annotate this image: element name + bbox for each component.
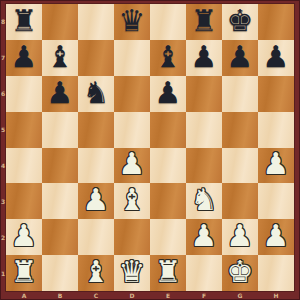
square-d2[interactable] — [114, 219, 150, 255]
black-pawn[interactable]: ♟ — [191, 42, 218, 72]
square-f4[interactable] — [186, 148, 222, 184]
square-c7[interactable] — [78, 40, 114, 76]
square-c4[interactable] — [78, 148, 114, 184]
square-d5[interactable] — [114, 112, 150, 148]
black-queen[interactable]: ♛ — [119, 6, 146, 36]
square-a1[interactable]: ♜ — [6, 255, 42, 291]
rank-label-4: 4 — [0, 148, 6, 184]
square-f2[interactable]: ♟ — [186, 219, 222, 255]
rank-label-3: 3 — [0, 183, 6, 219]
square-b7[interactable]: ♝ — [42, 40, 78, 76]
white-pawn[interactable]: ♟ — [119, 149, 146, 179]
square-e3[interactable] — [150, 183, 186, 219]
file-label-D: D — [114, 291, 150, 299]
rank-label-8: 8 — [0, 4, 6, 40]
square-f7[interactable]: ♟ — [186, 40, 222, 76]
square-c5[interactable] — [78, 112, 114, 148]
black-pawn[interactable]: ♟ — [263, 42, 290, 72]
square-c2[interactable] — [78, 219, 114, 255]
square-b3[interactable] — [42, 183, 78, 219]
square-g8[interactable]: ♚ — [222, 4, 258, 40]
square-g7[interactable]: ♟ — [222, 40, 258, 76]
square-e8[interactable] — [150, 4, 186, 40]
rank-label-5: 5 — [0, 112, 6, 148]
square-b5[interactable] — [42, 112, 78, 148]
square-h3[interactable] — [258, 183, 294, 219]
black-king[interactable]: ♚ — [227, 6, 254, 36]
square-c3[interactable]: ♟ — [78, 183, 114, 219]
square-d4[interactable]: ♟ — [114, 148, 150, 184]
square-c1[interactable]: ♝ — [78, 255, 114, 291]
black-knight[interactable]: ♞ — [83, 78, 110, 108]
square-d3[interactable]: ♝ — [114, 183, 150, 219]
file-label-F: F — [186, 291, 222, 299]
black-pawn[interactable]: ♟ — [155, 78, 182, 108]
square-c6[interactable]: ♞ — [78, 76, 114, 112]
square-b1[interactable] — [42, 255, 78, 291]
file-label-H: H — [258, 291, 294, 299]
square-h6[interactable] — [258, 76, 294, 112]
white-pawn[interactable]: ♟ — [263, 149, 290, 179]
square-b8[interactable] — [42, 4, 78, 40]
square-g6[interactable] — [222, 76, 258, 112]
white-king[interactable]: ♚ — [227, 257, 254, 287]
file-label-E: E — [150, 291, 186, 299]
white-queen[interactable]: ♛ — [119, 257, 146, 287]
black-pawn[interactable]: ♟ — [47, 78, 74, 108]
square-c8[interactable] — [78, 4, 114, 40]
square-e6[interactable]: ♟ — [150, 76, 186, 112]
file-label-G: G — [222, 291, 258, 299]
square-a2[interactable]: ♟ — [6, 219, 42, 255]
square-d7[interactable] — [114, 40, 150, 76]
square-g5[interactable] — [222, 112, 258, 148]
square-g2[interactable]: ♟ — [222, 219, 258, 255]
white-rook[interactable]: ♜ — [11, 257, 38, 287]
square-h4[interactable]: ♟ — [258, 148, 294, 184]
square-h8[interactable] — [258, 4, 294, 40]
square-a7[interactable]: ♟ — [6, 40, 42, 76]
rank-label-7: 7 — [0, 40, 6, 76]
square-h1[interactable] — [258, 255, 294, 291]
square-e4[interactable] — [150, 148, 186, 184]
square-g3[interactable] — [222, 183, 258, 219]
square-d8[interactable]: ♛ — [114, 4, 150, 40]
square-f6[interactable] — [186, 76, 222, 112]
white-pawn[interactable]: ♟ — [263, 221, 290, 251]
white-bishop[interactable]: ♝ — [119, 185, 146, 215]
chess-board: ♜♛♜♚♟♝♝♟♟♟♟♞♟♟♟♟♝♞♟♟♟♟♜♝♛♜♚ — [6, 4, 294, 291]
white-pawn[interactable]: ♟ — [227, 221, 254, 251]
white-pawn[interactable]: ♟ — [83, 185, 110, 215]
square-a6[interactable] — [6, 76, 42, 112]
white-pawn[interactable]: ♟ — [191, 221, 218, 251]
white-pawn[interactable]: ♟ — [11, 221, 38, 251]
black-pawn[interactable]: ♟ — [227, 42, 254, 72]
white-bishop[interactable]: ♝ — [83, 257, 110, 287]
rank-label-2: 2 — [0, 219, 6, 255]
chess-board-frame: ♜♛♜♚♟♝♝♟♟♟♟♞♟♟♟♟♝♞♟♟♟♟♜♝♛♜♚ 87654321 ABC… — [0, 0, 300, 300]
white-knight[interactable]: ♞ — [191, 185, 218, 215]
file-label-C: C — [78, 291, 114, 299]
square-b2[interactable] — [42, 219, 78, 255]
black-bishop[interactable]: ♝ — [47, 42, 74, 72]
square-f8[interactable]: ♜ — [186, 4, 222, 40]
rank-label-1: 1 — [0, 255, 6, 291]
rank-label-6: 6 — [0, 76, 6, 112]
black-rook[interactable]: ♜ — [191, 6, 218, 36]
square-e1[interactable]: ♜ — [150, 255, 186, 291]
square-a8[interactable]: ♜ — [6, 4, 42, 40]
square-g4[interactable] — [222, 148, 258, 184]
square-b4[interactable] — [42, 148, 78, 184]
square-a5[interactable] — [6, 112, 42, 148]
square-f1[interactable] — [186, 255, 222, 291]
square-e7[interactable]: ♝ — [150, 40, 186, 76]
square-f5[interactable] — [186, 112, 222, 148]
white-rook[interactable]: ♜ — [155, 257, 182, 287]
square-f3[interactable]: ♞ — [186, 183, 222, 219]
square-d1[interactable]: ♛ — [114, 255, 150, 291]
black-bishop[interactable]: ♝ — [155, 42, 182, 72]
square-a4[interactable] — [6, 148, 42, 184]
square-h5[interactable] — [258, 112, 294, 148]
black-rook[interactable]: ♜ — [11, 6, 38, 36]
black-pawn[interactable]: ♟ — [11, 42, 38, 72]
square-e2[interactable] — [150, 219, 186, 255]
square-g1[interactable]: ♚ — [222, 255, 258, 291]
square-d6[interactable] — [114, 76, 150, 112]
square-h7[interactable]: ♟ — [258, 40, 294, 76]
file-label-A: A — [6, 291, 42, 299]
file-label-B: B — [42, 291, 78, 299]
square-e5[interactable] — [150, 112, 186, 148]
square-h2[interactable]: ♟ — [258, 219, 294, 255]
square-a3[interactable] — [6, 183, 42, 219]
square-b6[interactable]: ♟ — [42, 76, 78, 112]
